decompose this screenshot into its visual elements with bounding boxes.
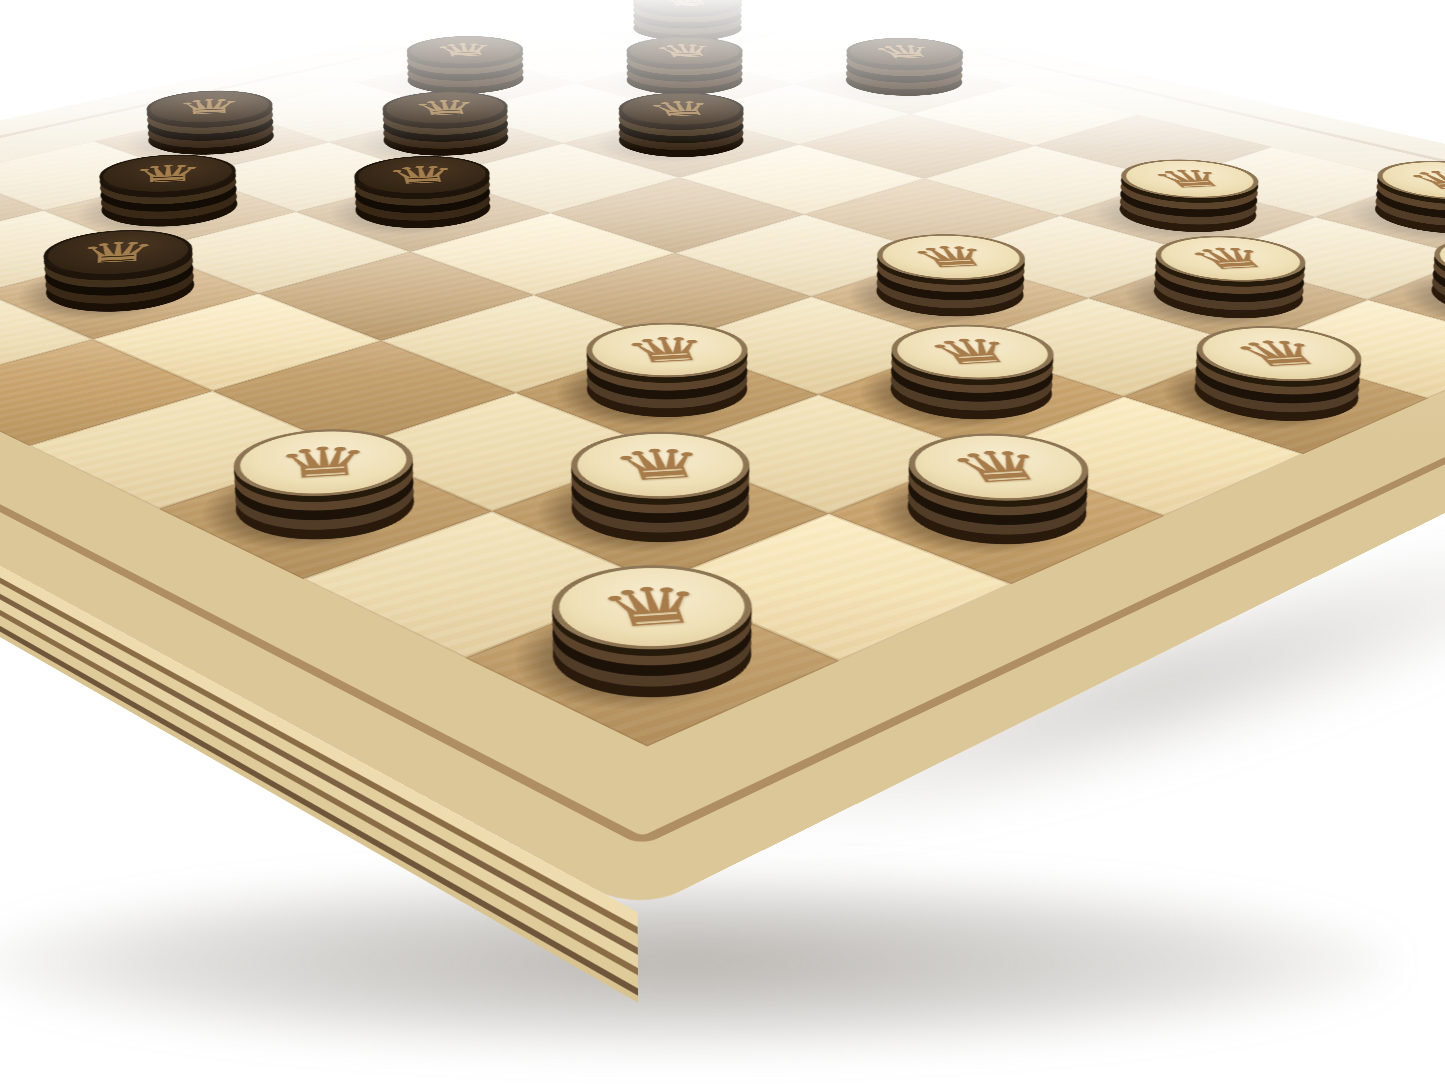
crown-icon: ♛ (918, 333, 1029, 371)
crown-icon: ♛ (604, 441, 718, 487)
crown-icon: ♛ (76, 237, 159, 268)
crown-icon: ♛ (1177, 242, 1285, 274)
piece-light[interactable]: ♛ (871, 467, 1123, 566)
photo-frame: ♛♛♛♛♛♛♛♛♛♛♛♛♛♛♛♛♛♛♛♛♛♛♛♛ (0, 0, 1445, 1084)
piece-light[interactable]: ♛ (535, 465, 786, 563)
crown-icon: ♛ (430, 40, 500, 60)
crown-icon: ♛ (272, 439, 376, 485)
crown-icon: ♛ (648, 41, 723, 61)
crown-icon: ♛ (653, 0, 723, 9)
crown-icon: ♛ (642, 97, 722, 120)
piece-light[interactable]: ♛ (1162, 358, 1390, 439)
crown-icon: ♛ (937, 443, 1061, 490)
crown-icon: ♛ (589, 578, 716, 636)
piece-light[interactable]: ♛ (857, 357, 1084, 437)
crown-icon: ♛ (1395, 167, 1445, 194)
piece-light[interactable]: ♛ (201, 463, 451, 561)
crown-icon: ♛ (1141, 165, 1239, 192)
checkers-board: ♛♛♛♛♛♛♛♛♛♛♛♛♛♛♛♛♛♛♛♛♛♛♛♛ (0, 0, 1445, 912)
piece-light[interactable]: ♛ (846, 265, 1053, 332)
piece-top: ♛ (0, 146, 9, 200)
crown-icon: ♛ (901, 241, 1002, 273)
crown-icon: ♛ (1220, 334, 1340, 372)
piece-light[interactable]: ♛ (1348, 190, 1445, 247)
piece-light[interactable]: ♛ (1124, 266, 1332, 333)
piece-light[interactable]: ♛ (512, 600, 792, 723)
piece-light[interactable]: ♛ (554, 355, 781, 435)
crown-icon: ♛ (382, 162, 463, 189)
crown-icon: ♛ (408, 96, 483, 119)
crown-icon: ♛ (616, 331, 719, 369)
